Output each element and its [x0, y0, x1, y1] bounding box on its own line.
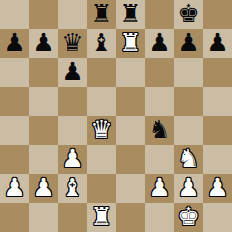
square-f2[interactable]: ♟ — [145, 174, 174, 203]
square-h6[interactable] — [203, 58, 232, 87]
piece-black-pawn[interactable]: ♟ — [177, 29, 199, 57]
piece-white-knight[interactable]: ♞ — [177, 145, 199, 173]
square-b7[interactable]: ♟ — [29, 29, 58, 58]
piece-white-pawn[interactable]: ♟ — [177, 174, 199, 202]
square-d3[interactable] — [87, 145, 116, 174]
square-d1[interactable]: ♜ — [87, 203, 116, 232]
square-a5[interactable] — [0, 87, 29, 116]
square-h3[interactable] — [203, 145, 232, 174]
square-h7[interactable]: ♟ — [203, 29, 232, 58]
square-a6[interactable] — [0, 58, 29, 87]
square-g6[interactable] — [174, 58, 203, 87]
square-h8[interactable] — [203, 0, 232, 29]
piece-black-queen[interactable]: ♛ — [61, 29, 83, 57]
piece-black-pawn[interactable]: ♟ — [148, 29, 170, 57]
square-f3[interactable] — [145, 145, 174, 174]
square-e1[interactable] — [116, 203, 145, 232]
piece-white-pawn[interactable]: ♟ — [148, 174, 170, 202]
square-e3[interactable] — [116, 145, 145, 174]
square-c8[interactable] — [58, 0, 87, 29]
piece-white-king[interactable]: ♚ — [177, 203, 199, 231]
square-g5[interactable] — [174, 87, 203, 116]
square-a1[interactable] — [0, 203, 29, 232]
square-c4[interactable] — [58, 116, 87, 145]
square-h4[interactable] — [203, 116, 232, 145]
piece-black-bishop[interactable]: ♝ — [90, 29, 112, 57]
square-d4[interactable]: ♛ — [87, 116, 116, 145]
square-d2[interactable] — [87, 174, 116, 203]
square-d5[interactable] — [87, 87, 116, 116]
square-b8[interactable] — [29, 0, 58, 29]
square-e2[interactable] — [116, 174, 145, 203]
piece-black-pawn[interactable]: ♟ — [61, 58, 83, 86]
square-c5[interactable] — [58, 87, 87, 116]
piece-black-king[interactable]: ♚ — [177, 0, 199, 28]
square-g8[interactable]: ♚ — [174, 0, 203, 29]
square-e6[interactable] — [116, 58, 145, 87]
piece-white-bishop[interactable]: ♝ — [61, 174, 83, 202]
square-c7[interactable]: ♛ — [58, 29, 87, 58]
square-c2[interactable]: ♝ — [58, 174, 87, 203]
square-g3[interactable]: ♞ — [174, 145, 203, 174]
square-f1[interactable] — [145, 203, 174, 232]
square-a3[interactable] — [0, 145, 29, 174]
piece-black-pawn[interactable]: ♟ — [3, 29, 25, 57]
square-a7[interactable]: ♟ — [0, 29, 29, 58]
piece-white-pawn[interactable]: ♟ — [32, 174, 54, 202]
square-e5[interactable] — [116, 87, 145, 116]
piece-white-rook[interactable]: ♜ — [90, 203, 112, 231]
piece-white-pawn[interactable]: ♟ — [206, 174, 228, 202]
piece-white-rook[interactable]: ♜ — [119, 29, 141, 57]
piece-black-pawn[interactable]: ♟ — [206, 29, 228, 57]
piece-black-rook[interactable]: ♜ — [119, 0, 141, 28]
piece-black-knight[interactable]: ♞ — [148, 116, 170, 144]
square-f5[interactable] — [145, 87, 174, 116]
piece-black-rook[interactable]: ♜ — [90, 0, 112, 28]
square-a2[interactable]: ♟ — [0, 174, 29, 203]
piece-white-pawn[interactable]: ♟ — [3, 174, 25, 202]
square-d7[interactable]: ♝ — [87, 29, 116, 58]
square-c1[interactable] — [58, 203, 87, 232]
square-b1[interactable] — [29, 203, 58, 232]
square-b4[interactable] — [29, 116, 58, 145]
square-f8[interactable] — [145, 0, 174, 29]
square-d6[interactable] — [87, 58, 116, 87]
square-a4[interactable] — [0, 116, 29, 145]
square-b2[interactable]: ♟ — [29, 174, 58, 203]
chess-board: ♜♜♚♟♟♛♝♜♟♟♟♟♛♞♟♞♟♟♝♟♟♟♜♚ — [0, 0, 232, 232]
square-h2[interactable]: ♟ — [203, 174, 232, 203]
piece-white-pawn[interactable]: ♟ — [61, 145, 83, 173]
square-g2[interactable]: ♟ — [174, 174, 203, 203]
square-c3[interactable]: ♟ — [58, 145, 87, 174]
square-f7[interactable]: ♟ — [145, 29, 174, 58]
square-f4[interactable]: ♞ — [145, 116, 174, 145]
square-f6[interactable] — [145, 58, 174, 87]
square-a8[interactable] — [0, 0, 29, 29]
square-g4[interactable] — [174, 116, 203, 145]
square-b5[interactable] — [29, 87, 58, 116]
square-h1[interactable] — [203, 203, 232, 232]
square-e7[interactable]: ♜ — [116, 29, 145, 58]
square-g1[interactable]: ♚ — [174, 203, 203, 232]
piece-white-queen[interactable]: ♛ — [90, 116, 112, 144]
square-g7[interactable]: ♟ — [174, 29, 203, 58]
square-e4[interactable] — [116, 116, 145, 145]
square-b6[interactable] — [29, 58, 58, 87]
square-b3[interactable] — [29, 145, 58, 174]
square-e8[interactable]: ♜ — [116, 0, 145, 29]
square-c6[interactable]: ♟ — [58, 58, 87, 87]
piece-black-pawn[interactable]: ♟ — [32, 29, 54, 57]
square-d8[interactable]: ♜ — [87, 0, 116, 29]
square-h5[interactable] — [203, 87, 232, 116]
